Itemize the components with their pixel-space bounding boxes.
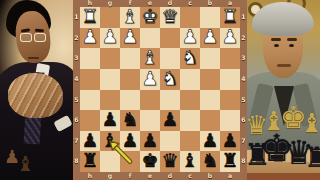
piece-wP-e4: ♟: [141, 69, 158, 88]
kasparov-eye-left: [274, 44, 279, 47]
piece-wN-d4: ♞: [161, 69, 178, 88]
kasparov-mouth: [277, 64, 291, 67]
square-f7[interactable]: ♟: [120, 131, 140, 152]
square-c6[interactable]: [180, 110, 200, 131]
kasparov-eyebrow-left: [271, 38, 281, 41]
rank-label-6: 6: [73, 111, 79, 129]
square-e8[interactable]: ♚: [140, 151, 160, 172]
square-c8[interactable]: ♝: [180, 151, 200, 172]
rank-labels-right: 12345678: [240, 7, 247, 172]
square-a2[interactable]: ♟: [220, 28, 240, 49]
square-b8[interactable]: ♞: [200, 151, 220, 172]
square-a3[interactable]: [220, 48, 240, 69]
piece-wB-e3: ♝: [141, 48, 158, 67]
square-h8[interactable]: ♜: [80, 151, 100, 172]
piece-bK-e8: ♚: [141, 151, 158, 170]
piece-bP-e7: ♟: [141, 131, 158, 150]
anand-fingers: [8, 73, 63, 118]
square-g2[interactable]: ♟: [100, 28, 120, 49]
square-f8[interactable]: [120, 151, 140, 172]
file-label-c: c: [181, 0, 199, 6]
piece-bN-b8: ♞: [201, 151, 218, 170]
square-h5[interactable]: [80, 90, 100, 111]
file-label-g: g: [101, 172, 119, 179]
square-c3[interactable]: ♞: [180, 48, 200, 69]
square-c4[interactable]: [180, 69, 200, 90]
piece-bP-g6: ♟: [101, 110, 118, 129]
chess-board: hgfedcba hgfedcba 12345678 12345678 ♜♝♚♛…: [73, 0, 247, 180]
square-h4[interactable]: [80, 69, 100, 90]
rank-label-3: 3: [240, 49, 246, 67]
right-player-photo-kasparov: ♛ ♝ ♚ ♝ ♜ ♚ ♛ ♜: [247, 0, 320, 180]
black-rook-icon: ♜: [304, 144, 320, 172]
file-label-a: a: [221, 172, 239, 179]
file-label-b: b: [201, 0, 219, 6]
square-g3[interactable]: [100, 48, 120, 69]
square-a8[interactable]: ♜: [220, 151, 240, 172]
piece-bP-f7: ♟: [121, 131, 138, 150]
square-a5[interactable]: [220, 90, 240, 111]
square-f4[interactable]: [120, 69, 140, 90]
piece-wR-a1: ♜: [221, 7, 238, 26]
rank-label-5: 5: [73, 91, 79, 109]
square-d4[interactable]: ♞: [160, 69, 180, 90]
square-d1[interactable]: ♛: [160, 7, 180, 28]
anand-glasses-left-lens: [20, 33, 32, 42]
anand-mouth: [28, 57, 39, 59]
board-front-edge: [247, 173, 320, 180]
anand-glasses-right-lens: [34, 33, 46, 42]
rank-label-7: 7: [73, 132, 79, 150]
chess-thumbnail: ♟ ♝ hgfedcba hgfedcba 12345678 12345678 …: [0, 0, 320, 180]
piece-wP-h2: ♟: [81, 27, 98, 46]
anand-eyebrow-right: [35, 29, 44, 33]
square-b5[interactable]: [200, 90, 220, 111]
piece-wQ-d1: ♛: [161, 7, 178, 26]
file-label-d: d: [161, 172, 179, 179]
piece-bP-d6: ♟: [161, 110, 178, 129]
rank-label-7: 7: [240, 132, 246, 150]
piece-wK-e1: ♚: [141, 7, 158, 26]
square-h3[interactable]: [80, 48, 100, 69]
file-labels-top: hgfedcba: [80, 0, 240, 7]
square-h2[interactable]: ♟: [80, 28, 100, 49]
file-label-h: h: [81, 172, 99, 179]
square-f3[interactable]: [120, 48, 140, 69]
square-a4[interactable]: [220, 69, 240, 90]
square-b3[interactable]: [200, 48, 220, 69]
piece-wN-c3: ♞: [181, 48, 198, 67]
left-player-photo-anand: ♟ ♝: [0, 0, 73, 180]
square-g8[interactable]: [100, 151, 120, 172]
piece-wP-b2: ♟: [201, 27, 218, 46]
file-label-f: f: [121, 172, 139, 179]
piece-bB-g7: ♝: [101, 131, 118, 150]
rank-label-8: 8: [240, 153, 246, 171]
board-squares: ♜♝♚♛♜♟♟♟♟♟♟♝♞♟♞♟♞♟♟♝♟♟♟♟♜♚♛♝♞♜: [80, 7, 240, 172]
rank-label-1: 1: [73, 8, 79, 26]
rank-label-3: 3: [73, 49, 79, 67]
square-f2[interactable]: ♟: [120, 28, 140, 49]
rank-label-5: 5: [240, 91, 246, 109]
square-d8[interactable]: ♛: [160, 151, 180, 172]
piece-wP-g2: ♟: [101, 27, 118, 46]
square-e5[interactable]: [140, 90, 160, 111]
piece-bB-c8: ♝: [181, 151, 198, 170]
kasparov-eye-right: [289, 44, 294, 47]
square-g4[interactable]: [100, 69, 120, 90]
piece-bP-b7: ♟: [201, 131, 218, 150]
piece-wP-f2: ♟: [121, 27, 138, 46]
square-b4[interactable]: [200, 69, 220, 90]
decor-bishop-icon: ♝: [16, 152, 35, 176]
piece-bP-h7: ♟: [81, 131, 98, 150]
square-c5[interactable]: [180, 90, 200, 111]
square-d6[interactable]: ♟: [160, 110, 180, 131]
square-e1[interactable]: ♚: [140, 7, 160, 28]
rank-label-6: 6: [240, 111, 246, 129]
rank-label-8: 8: [73, 153, 79, 171]
piece-wP-c2: ♟: [181, 27, 198, 46]
file-labels-bottom: hgfedcba: [80, 172, 240, 180]
piece-wR-h1: ♜: [81, 7, 98, 26]
piece-bN-f6: ♞: [121, 110, 138, 129]
rank-label-4: 4: [240, 70, 246, 88]
square-d2[interactable]: [160, 28, 180, 49]
piece-wP-a2: ♟: [221, 27, 238, 46]
piece-bP-a7: ♟: [221, 131, 238, 150]
rank-labels-left: 12345678: [73, 7, 80, 172]
square-e4[interactable]: ♟: [140, 69, 160, 90]
file-label-c: c: [181, 172, 199, 179]
piece-bR-a8: ♜: [221, 151, 238, 170]
file-label-e: e: [141, 172, 159, 179]
kasparov-eyebrow-right: [287, 38, 297, 41]
rank-label-2: 2: [73, 29, 79, 47]
rank-label-4: 4: [73, 70, 79, 88]
square-b2[interactable]: ♟: [200, 28, 220, 49]
rank-label-1: 1: [240, 8, 246, 26]
rank-label-2: 2: [240, 29, 246, 47]
file-label-b: b: [201, 172, 219, 179]
file-label-g: g: [101, 0, 119, 6]
piece-wB-f1: ♝: [121, 7, 138, 26]
square-g7[interactable]: ♝: [100, 131, 120, 152]
piece-bQ-d8: ♛: [161, 151, 178, 170]
piece-bR-h8: ♜: [81, 151, 98, 170]
